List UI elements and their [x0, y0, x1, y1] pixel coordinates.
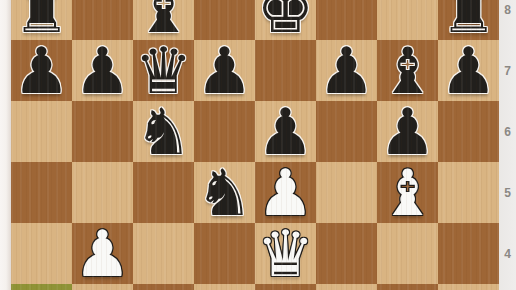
rank-label-6: 6	[499, 125, 516, 139]
chess-board[interactable]: ♜♝♚♜♟♟♛♟♟♝♟♞♟♟♞♟♝♟♛	[11, 0, 499, 290]
square-a7[interactable]: ♟	[11, 40, 72, 101]
square-e4[interactable]: ♛	[255, 223, 316, 284]
black-knight-piece[interactable]: ♞	[133, 102, 194, 163]
square-c4[interactable]	[133, 223, 194, 284]
square-g7[interactable]: ♝	[377, 40, 438, 101]
black-pawn-piece[interactable]: ♟	[377, 102, 438, 163]
white-pawn-piece[interactable]: ♟	[255, 163, 316, 224]
square-b7[interactable]: ♟	[72, 40, 133, 101]
rank-label-5: 5	[499, 186, 516, 200]
square-b5[interactable]	[72, 162, 133, 223]
chess-app-frame: ♜♝♚♜♟♟♛♟♟♝♟♞♟♟♞♟♝♟♛ 87654	[0, 0, 516, 290]
square-c3[interactable]	[133, 284, 194, 290]
square-c7[interactable]: ♛	[133, 40, 194, 101]
square-b3[interactable]	[72, 284, 133, 290]
square-e5[interactable]: ♟	[255, 162, 316, 223]
rank-label-4: 4	[499, 247, 516, 261]
square-d3[interactable]	[194, 284, 255, 290]
square-f7[interactable]: ♟	[316, 40, 377, 101]
square-h4[interactable]	[438, 223, 499, 284]
square-g3[interactable]	[377, 284, 438, 290]
left-gutter	[0, 0, 11, 290]
square-e7[interactable]	[255, 40, 316, 101]
square-f6[interactable]	[316, 101, 377, 162]
rank-label-7: 7	[499, 64, 516, 78]
square-h3[interactable]	[438, 284, 499, 290]
rank-label-strip: 87654	[499, 0, 516, 290]
square-f3[interactable]	[316, 284, 377, 290]
square-d5[interactable]: ♞	[194, 162, 255, 223]
black-king-piece[interactable]: ♚	[255, 0, 316, 41]
square-c5[interactable]	[133, 162, 194, 223]
black-bishop-piece[interactable]: ♝	[377, 41, 438, 102]
square-f4[interactable]	[316, 223, 377, 284]
square-c6[interactable]: ♞	[133, 101, 194, 162]
square-e6[interactable]: ♟	[255, 101, 316, 162]
square-g6[interactable]: ♟	[377, 101, 438, 162]
board-grid[interactable]: ♜♝♚♜♟♟♛♟♟♝♟♞♟♟♞♟♝♟♛	[11, 0, 499, 290]
square-h7[interactable]: ♟	[438, 40, 499, 101]
black-pawn-piece[interactable]: ♟	[438, 41, 499, 102]
square-a5[interactable]	[11, 162, 72, 223]
black-pawn-piece[interactable]: ♟	[316, 41, 377, 102]
square-a4[interactable]	[11, 223, 72, 284]
square-e3[interactable]	[255, 284, 316, 290]
white-bishop-piece[interactable]: ♝	[377, 163, 438, 224]
black-pawn-piece[interactable]: ♟	[194, 41, 255, 102]
square-b6[interactable]	[72, 101, 133, 162]
square-a6[interactable]	[11, 101, 72, 162]
square-h6[interactable]	[438, 101, 499, 162]
square-d6[interactable]	[194, 101, 255, 162]
square-f5[interactable]	[316, 162, 377, 223]
black-pawn-piece[interactable]: ♟	[72, 41, 133, 102]
white-pawn-piece[interactable]: ♟	[72, 224, 133, 285]
black-queen-piece[interactable]: ♛	[133, 41, 194, 102]
square-h5[interactable]	[438, 162, 499, 223]
square-d4[interactable]	[194, 223, 255, 284]
square-g5[interactable]: ♝	[377, 162, 438, 223]
square-d7[interactable]: ♟	[194, 40, 255, 101]
square-e8[interactable]: ♚	[255, 0, 316, 40]
square-g4[interactable]	[377, 223, 438, 284]
black-knight-piece[interactable]: ♞	[194, 163, 255, 224]
white-queen-piece[interactable]: ♛	[255, 224, 316, 285]
square-b4[interactable]: ♟	[72, 223, 133, 284]
black-pawn-piece[interactable]: ♟	[11, 41, 72, 102]
black-pawn-piece[interactable]: ♟	[255, 102, 316, 163]
rank-label-8: 8	[499, 3, 516, 17]
square-a3[interactable]	[11, 284, 72, 290]
